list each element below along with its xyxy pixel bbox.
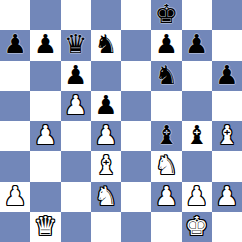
square-b8[interactable] [30, 0, 60, 30]
piece-black-pawn[interactable]: ♟ [94, 91, 117, 120]
square-d2[interactable]: ♞ [91, 182, 121, 212]
piece-white-knight[interactable]: ♞ [94, 182, 117, 211]
square-c8[interactable] [61, 0, 91, 30]
piece-white-queen[interactable]: ♛ [34, 212, 57, 241]
square-e3[interactable] [121, 151, 151, 181]
square-b7[interactable]: ♟ [30, 30, 60, 60]
piece-white-knight[interactable]: ♞ [155, 151, 178, 180]
piece-black-pawn[interactable]: ♟ [215, 61, 238, 90]
square-h5[interactable] [212, 91, 242, 121]
piece-white-pawn[interactable]: ♟ [215, 182, 238, 211]
square-g2[interactable]: ♟ [182, 182, 212, 212]
piece-black-bishop[interactable]: ♝ [155, 121, 178, 150]
piece-black-queen[interactable]: ♛ [64, 30, 87, 59]
square-f5[interactable] [151, 91, 181, 121]
piece-white-pawn[interactable]: ♟ [64, 91, 87, 120]
piece-white-bishop[interactable]: ♝ [215, 121, 238, 150]
square-g7[interactable]: ♟ [182, 30, 212, 60]
square-f8[interactable]: ♚ [151, 0, 181, 30]
square-d4[interactable]: ♟ [91, 121, 121, 151]
square-f2[interactable]: ♟ [151, 182, 181, 212]
square-c2[interactable] [61, 182, 91, 212]
square-d5[interactable]: ♟ [91, 91, 121, 121]
square-e6[interactable] [121, 61, 151, 91]
piece-black-bishop[interactable]: ♝ [185, 121, 208, 150]
square-e8[interactable] [121, 0, 151, 30]
square-c7[interactable]: ♛ [61, 30, 91, 60]
piece-black-pawn[interactable]: ♟ [3, 30, 26, 59]
square-h7[interactable] [212, 30, 242, 60]
square-a8[interactable] [0, 0, 30, 30]
chess-board: ♚♟♟♛♞♟♟♟♞♟♟♟♟♟♝♝♝♝♞♟♞♟♟♟♛♚ [0, 0, 242, 242]
square-c3[interactable] [61, 151, 91, 181]
square-d6[interactable] [91, 61, 121, 91]
square-g3[interactable] [182, 151, 212, 181]
square-e5[interactable] [121, 91, 151, 121]
square-e1[interactable] [121, 212, 151, 242]
piece-black-pawn[interactable]: ♟ [64, 61, 87, 90]
square-c6[interactable]: ♟ [61, 61, 91, 91]
square-h8[interactable] [212, 0, 242, 30]
square-h4[interactable]: ♝ [212, 121, 242, 151]
square-b2[interactable] [30, 182, 60, 212]
square-a3[interactable] [0, 151, 30, 181]
square-g4[interactable]: ♝ [182, 121, 212, 151]
square-f4[interactable]: ♝ [151, 121, 181, 151]
square-c5[interactable]: ♟ [61, 91, 91, 121]
piece-white-bishop[interactable]: ♝ [94, 151, 117, 180]
square-h1[interactable] [212, 212, 242, 242]
square-b4[interactable]: ♟ [30, 121, 60, 151]
square-e7[interactable] [121, 30, 151, 60]
square-h2[interactable]: ♟ [212, 182, 242, 212]
piece-black-pawn[interactable]: ♟ [34, 30, 57, 59]
square-a2[interactable]: ♟ [0, 182, 30, 212]
square-f1[interactable] [151, 212, 181, 242]
square-d1[interactable] [91, 212, 121, 242]
square-a5[interactable] [0, 91, 30, 121]
piece-white-pawn[interactable]: ♟ [3, 182, 26, 211]
square-b3[interactable] [30, 151, 60, 181]
square-g8[interactable] [182, 0, 212, 30]
square-g1[interactable]: ♚ [182, 212, 212, 242]
square-f6[interactable]: ♞ [151, 61, 181, 91]
square-b5[interactable] [30, 91, 60, 121]
square-d7[interactable]: ♞ [91, 30, 121, 60]
piece-black-knight[interactable]: ♞ [94, 30, 117, 59]
piece-black-knight[interactable]: ♞ [155, 61, 178, 90]
piece-white-pawn[interactable]: ♟ [94, 121, 117, 150]
square-e2[interactable] [121, 182, 151, 212]
square-e4[interactable] [121, 121, 151, 151]
square-g6[interactable] [182, 61, 212, 91]
piece-white-pawn[interactable]: ♟ [34, 121, 57, 150]
square-d8[interactable] [91, 0, 121, 30]
square-f3[interactable]: ♞ [151, 151, 181, 181]
square-a1[interactable] [0, 212, 30, 242]
square-b6[interactable] [30, 61, 60, 91]
square-a4[interactable] [0, 121, 30, 151]
piece-white-pawn[interactable]: ♟ [155, 182, 178, 211]
square-g5[interactable] [182, 91, 212, 121]
piece-black-pawn[interactable]: ♟ [155, 30, 178, 59]
piece-black-pawn[interactable]: ♟ [185, 30, 208, 59]
square-d3[interactable]: ♝ [91, 151, 121, 181]
piece-black-king[interactable]: ♚ [155, 0, 178, 29]
piece-white-king[interactable]: ♚ [185, 212, 208, 241]
piece-white-pawn[interactable]: ♟ [185, 182, 208, 211]
square-c1[interactable] [61, 212, 91, 242]
square-a6[interactable] [0, 61, 30, 91]
square-b1[interactable]: ♛ [30, 212, 60, 242]
square-h3[interactable] [212, 151, 242, 181]
square-c4[interactable] [61, 121, 91, 151]
square-a7[interactable]: ♟ [0, 30, 30, 60]
square-h6[interactable]: ♟ [212, 61, 242, 91]
square-f7[interactable]: ♟ [151, 30, 181, 60]
